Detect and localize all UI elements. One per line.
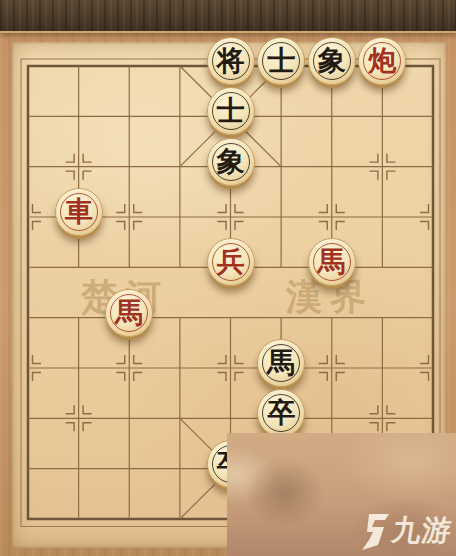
- piece-glyph: 卒: [258, 390, 304, 436]
- piece-black-advisor[interactable]: 士: [257, 37, 305, 85]
- piece-glyph: 将: [208, 38, 254, 84]
- blur-overlay: 九游: [227, 433, 456, 556]
- piece-red-soldier[interactable]: 兵: [207, 238, 255, 286]
- piece-black-general[interactable]: 将: [207, 37, 255, 85]
- piece-red-chariot[interactable]: 車: [55, 188, 103, 236]
- piece-red-horse[interactable]: 馬: [308, 238, 356, 286]
- piece-black-soldier[interactable]: 卒: [257, 389, 305, 437]
- piece-glyph: 兵: [208, 239, 254, 285]
- watermark-text: 九游: [389, 511, 455, 551]
- wood-plank-header: [0, 0, 456, 33]
- jiuyou-logo-icon: [359, 512, 389, 550]
- xiangqi-game-screen: 楚河 漢界 将士象炮士象車兵馬馬馬卒卒 九游: [0, 0, 456, 556]
- piece-red-cannon[interactable]: 炮: [358, 37, 406, 85]
- piece-red-horse[interactable]: 馬: [105, 289, 153, 337]
- piece-glyph: 象: [309, 38, 355, 84]
- piece-glyph: 馬: [106, 290, 152, 336]
- piece-black-advisor[interactable]: 士: [207, 87, 255, 135]
- piece-glyph: 象: [208, 139, 254, 185]
- piece-glyph: 士: [258, 38, 304, 84]
- piece-black-elephant[interactable]: 象: [207, 138, 255, 186]
- piece-glyph: 炮: [359, 38, 405, 84]
- piece-black-horse[interactable]: 馬: [257, 339, 305, 387]
- piece-glyph: 馬: [258, 340, 304, 386]
- piece-glyph: 車: [56, 189, 102, 235]
- watermark-logo: 九游: [359, 511, 452, 551]
- piece-glyph: 馬: [309, 239, 355, 285]
- piece-glyph: 士: [208, 88, 254, 134]
- piece-black-elephant[interactable]: 象: [308, 37, 356, 85]
